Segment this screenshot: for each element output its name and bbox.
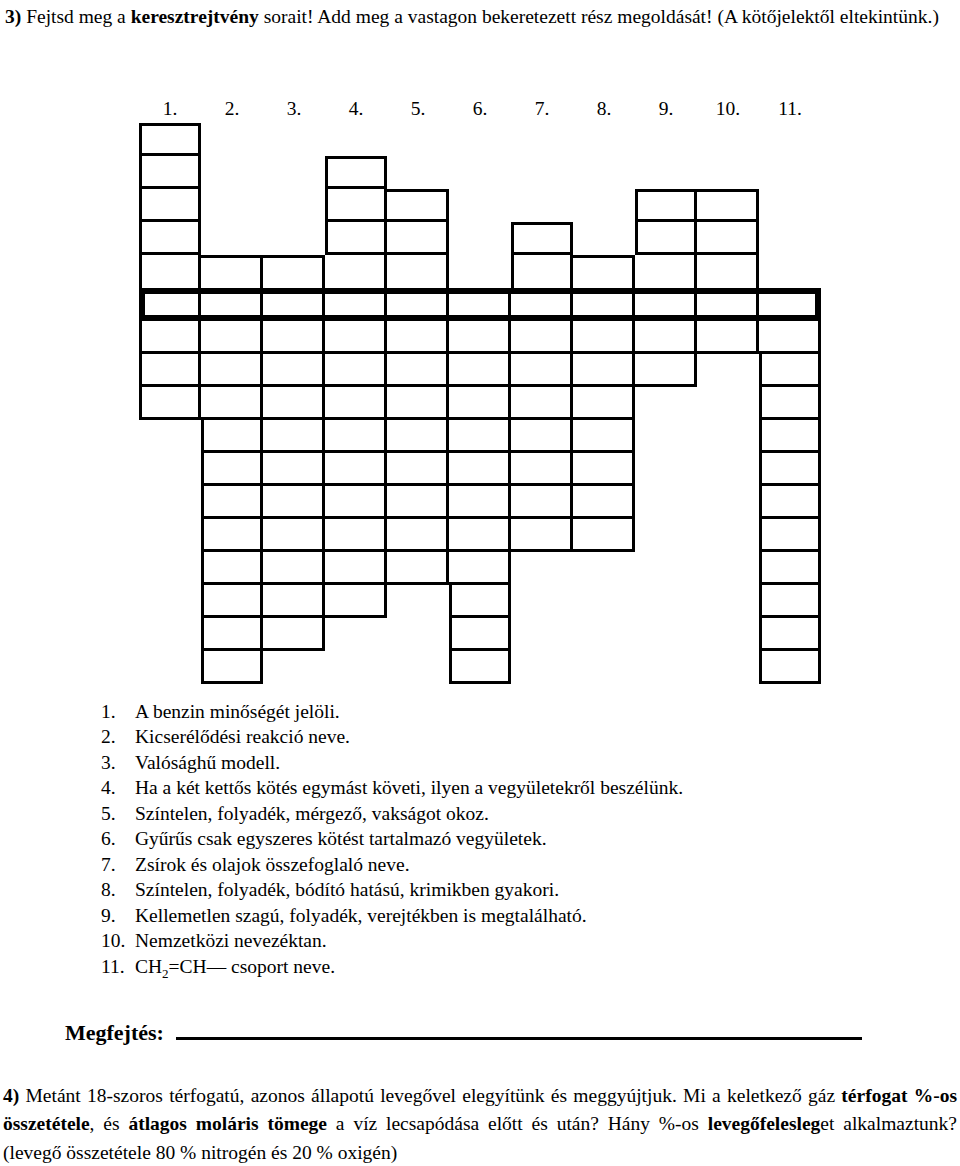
void-r2-c2 [201,156,263,189]
clue-list: 1.A benzin minőségét jelöli.2.Kicserélőd… [101,699,683,979]
cell-r14-c6[interactable] [449,552,511,585]
clue-item: 8.Színtelen, folyadék, bódító hatású, kr… [101,877,683,902]
clue-number: 9. [101,903,135,928]
cell-r14-c2[interactable] [201,552,263,585]
cell-r7-c3[interactable] [263,321,325,354]
cell-r5-c8[interactable] [573,255,635,288]
cell-r12-c7[interactable] [511,486,573,519]
void-r5-c6 [449,255,511,288]
clue-item: 2.Kicserélődési reakció neve. [101,724,683,749]
cell-r11-c8[interactable] [573,453,635,486]
void-r1-c7 [511,123,573,156]
cell-r3-c4[interactable] [325,189,387,222]
void-r9-c9 [635,387,697,420]
cell-r8-c9[interactable] [635,354,697,387]
cell-r5-c9[interactable] [635,255,697,288]
void-r11-c1 [139,453,201,486]
cell-r6-c11[interactable] [759,288,821,321]
cell-r10-c5[interactable] [387,420,449,453]
void-r4-c8 [573,222,635,255]
void-r14-c10 [697,552,759,585]
clue-number: 3. [101,750,135,775]
cell-r5-c2[interactable] [201,255,263,288]
solution-row: Megfejtés: [65,1016,862,1046]
clue-number: 4. [101,775,135,800]
clue-number: 8. [101,877,135,902]
column-label-11: 11. [759,98,821,120]
void-r11-c10 [697,453,759,486]
void-r4-c11 [759,222,821,255]
cell-r4-c10[interactable] [697,222,759,255]
void-r1-c4 [325,123,387,156]
void-r1-c6 [449,123,511,156]
void-r3-c8 [573,189,635,222]
void-r15-c9 [635,585,697,618]
cell-r13-c11[interactable] [759,519,821,552]
cell-r5-c1[interactable] [139,255,201,288]
clue-number: 1. [101,699,135,724]
void-r1-c2 [201,123,263,156]
cell-r6-c9[interactable] [635,288,697,321]
solution-label: Megfejtés: [65,1020,164,1045]
void-r12-c1 [139,486,201,519]
void-r16-c5 [387,618,449,651]
clue-item: 3.Valósághű modell. [101,750,683,775]
grid-column-labels: 1.2.3.4.5.6.7.8.9.10.11. [139,98,821,122]
void-r1-c11 [759,123,821,156]
column-label-2: 2. [201,98,263,120]
void-r14-c7 [511,552,573,585]
void-r17-c9 [635,651,697,684]
cell-r3-c10[interactable] [697,189,759,222]
cell-r7-c2[interactable] [201,321,263,354]
cell-r17-c11[interactable] [759,651,821,684]
cell-r12-c5[interactable] [387,486,449,519]
cell-r7-c11[interactable] [759,321,821,354]
cell-r11-c5[interactable] [387,453,449,486]
cell-r10-c4[interactable] [325,420,387,453]
cell-r8-c4[interactable] [325,354,387,387]
cell-r3-c1[interactable] [139,189,201,222]
void-r3-c6 [449,189,511,222]
clue-item: 9.Kellemetlen szagú, folyadék, verejtékb… [101,903,683,928]
cell-r11-c3[interactable] [263,453,325,486]
cell-r10-c2[interactable] [201,420,263,453]
cell-r12-c4[interactable] [325,486,387,519]
clue-item: 11.CH2=CH— csoport neve. [101,954,683,979]
void-r16-c7 [511,618,573,651]
clue-item: 6.Gyűrűs csak egyszeres kötést tartalmaz… [101,826,683,851]
void-r14-c9 [635,552,697,585]
cell-r13-c4[interactable] [325,519,387,552]
void-r15-c7 [511,585,573,618]
cell-r9-c7[interactable] [511,387,573,420]
void-r12-c9 [635,486,697,519]
column-label-1: 1. [139,98,201,120]
column-label-10: 10. [697,98,759,120]
void-r12-c10 [697,486,759,519]
void-r2-c8 [573,156,635,189]
cell-r10-c6[interactable] [449,420,511,453]
cell-r16-c2[interactable] [201,618,263,651]
clue-item: 1.A benzin minőségét jelöli. [101,699,683,724]
void-r10-c1 [139,420,201,453]
cell-r8-c2[interactable] [201,354,263,387]
cell-r8-c7[interactable] [511,354,573,387]
column-label-4: 4. [325,98,387,120]
void-r2-c10 [697,156,759,189]
cell-r13-c8[interactable] [573,519,635,552]
cell-r14-c11[interactable] [759,552,821,585]
cell-r14-c5[interactable] [387,552,449,585]
cell-r10-c8[interactable] [573,420,635,453]
cell-r1-c1[interactable] [139,123,201,156]
crossword-grid [139,123,821,684]
cell-r17-c2[interactable] [201,651,263,684]
cell-r7-c1[interactable] [139,321,201,354]
cell-r9-c6[interactable] [449,387,511,420]
cell-r7-c8[interactable] [573,321,635,354]
void-r9-c10 [697,387,759,420]
void-r4-c3 [263,222,325,255]
void-r15-c8 [573,585,635,618]
void-r8-c10 [697,354,759,387]
cell-r12-c2[interactable] [201,486,263,519]
cell-r8-c6[interactable] [449,354,511,387]
void-r4-c2 [201,222,263,255]
void-r17-c8 [573,651,635,684]
cell-r9-c3[interactable] [263,387,325,420]
clue-number: 10. [101,928,135,953]
clue-text: Ha a két kettős kötés egymást követi, il… [135,777,683,798]
cell-r5-c10[interactable] [697,255,759,288]
exercise-3-instructions: 3) Fejtsd meg a keresztrejtvény sorait! … [5,3,955,31]
void-r14-c8 [573,552,635,585]
cell-r13-c3[interactable] [263,519,325,552]
cell-r16-c3[interactable] [263,618,325,651]
void-r1-c3 [263,123,325,156]
clue-text: Színtelen, folyadék, mérgező, vakságot o… [135,803,489,824]
void-r13-c1 [139,519,201,552]
column-label-3: 3. [263,98,325,120]
cell-r4-c5[interactable] [387,222,449,255]
void-r1-c10 [697,123,759,156]
void-r16-c9 [635,618,697,651]
cell-r2-c4[interactable] [325,156,387,189]
cell-r6-c1[interactable] [139,288,201,321]
void-r17-c10 [697,651,759,684]
cell-r15-c2[interactable] [201,585,263,618]
void-r1-c8 [573,123,635,156]
cell-r10-c7[interactable] [511,420,573,453]
cell-r5-c7[interactable] [511,255,573,288]
cell-r15-c11[interactable] [759,585,821,618]
cell-r17-c6[interactable] [449,651,511,684]
void-r2-c11 [759,156,821,189]
cell-r14-c4[interactable] [325,552,387,585]
cell-r8-c8[interactable] [573,354,635,387]
void-r1-c5 [387,123,449,156]
exercise-4-text: 4) Metánt 18-szoros térfogatú, azonos ál… [3,1082,957,1166]
void-r17-c1 [139,651,201,684]
void-r16-c1 [139,618,201,651]
cell-r9-c5[interactable] [387,387,449,420]
cell-r7-c6[interactable] [449,321,511,354]
cell-r6-c6[interactable] [449,288,511,321]
void-r16-c4 [325,618,387,651]
cell-r5-c4[interactable] [325,255,387,288]
column-label-8: 8. [573,98,635,120]
clue-text: Gyűrűs csak egyszeres kötést tartalmazó … [135,828,547,849]
void-r10-c10 [697,420,759,453]
void-r3-c2 [201,189,263,222]
clue-text: CH2=CH— csoport neve. [135,956,335,977]
void-r15-c10 [697,585,759,618]
void-r4-c6 [449,222,511,255]
cell-r11-c11[interactable] [759,453,821,486]
void-r2-c6 [449,156,511,189]
void-r16-c8 [573,618,635,651]
void-r3-c7 [511,189,573,222]
void-r13-c10 [697,519,759,552]
void-r13-c9 [635,519,697,552]
cell-r3-c9[interactable] [635,189,697,222]
cell-r7-c5[interactable] [387,321,449,354]
cell-r11-c4[interactable] [325,453,387,486]
clue-number: 7. [101,852,135,877]
cell-r8-c11[interactable] [759,354,821,387]
cell-r5-c3[interactable] [263,255,325,288]
cell-r11-c7[interactable] [511,453,573,486]
cell-r12-c6[interactable] [449,486,511,519]
clue-item: 5.Színtelen, folyadék, mérgező, vakságot… [101,801,683,826]
clue-number: 6. [101,826,135,851]
cell-r9-c4[interactable] [325,387,387,420]
cell-r12-c11[interactable] [759,486,821,519]
clue-text: Kellemetlen szagú, folyadék, verejtékben… [135,905,587,926]
void-r14-c1 [139,552,201,585]
void-r1-c9 [635,123,697,156]
clue-number: 5. [101,801,135,826]
cell-r8-c1[interactable] [139,354,201,387]
cell-r15-c4[interactable] [325,585,387,618]
cell-r2-c1[interactable] [139,156,201,189]
cell-r4-c1[interactable] [139,222,201,255]
clue-text: Kicserélődési reakció neve. [135,726,350,747]
void-r17-c4 [325,651,387,684]
cell-r7-c4[interactable] [325,321,387,354]
void-r3-c11 [759,189,821,222]
void-r2-c7 [511,156,573,189]
cell-r16-c6[interactable] [449,618,511,651]
cell-r12-c3[interactable] [263,486,325,519]
cell-r6-c2[interactable] [201,288,263,321]
void-r2-c5 [387,156,449,189]
void-r3-c3 [263,189,325,222]
column-label-6: 6. [449,98,511,120]
cell-r13-c2[interactable] [201,519,263,552]
cell-r7-c10[interactable] [697,321,759,354]
clue-text: Valósághű modell. [135,752,280,773]
clue-number: 11. [101,954,135,979]
solution-blank-line[interactable] [176,1016,862,1040]
void-r17-c7 [511,651,573,684]
void-r15-c1 [139,585,201,618]
cell-r16-c11[interactable] [759,618,821,651]
clue-text: Nemzetközi nevezéktan. [135,930,327,951]
cell-r10-c11[interactable] [759,420,821,453]
column-label-7: 7. [511,98,573,120]
void-r15-c5 [387,585,449,618]
cell-r13-c5[interactable] [387,519,449,552]
cell-r7-c7[interactable] [511,321,573,354]
void-r17-c3 [263,651,325,684]
void-r17-c5 [387,651,449,684]
clue-number: 2. [101,724,135,749]
cell-r15-c6[interactable] [449,585,511,618]
cell-r11-c2[interactable] [201,453,263,486]
clue-item: 4.Ha a két kettős kötés egymást követi, … [101,775,683,800]
cell-r7-c9[interactable] [635,321,697,354]
cell-r8-c3[interactable] [263,354,325,387]
clue-item: 7.Zsírok és olajok összefoglaló neve. [101,852,683,877]
cell-r11-c6[interactable] [449,453,511,486]
cell-r6-c8[interactable] [573,288,635,321]
void-r2-c3 [263,156,325,189]
cell-r9-c2[interactable] [201,387,263,420]
cell-r13-c7[interactable] [511,519,573,552]
void-r10-c9 [635,420,697,453]
cell-r13-c6[interactable] [449,519,511,552]
cell-r4-c7[interactable] [511,222,573,255]
cell-r8-c5[interactable] [387,354,449,387]
cell-r6-c7[interactable] [511,288,573,321]
cell-r4-c9[interactable] [635,222,697,255]
void-r2-c9 [635,156,697,189]
cell-r6-c3[interactable] [263,288,325,321]
cell-r3-c5[interactable] [387,189,449,222]
clue-text: Zsírok és olajok összefoglaló neve. [135,854,410,875]
cell-r10-c3[interactable] [263,420,325,453]
clue-item: 10.Nemzetközi nevezéktan. [101,928,683,953]
column-label-5: 5. [387,98,449,120]
cell-r12-c8[interactable] [573,486,635,519]
cell-r5-c5[interactable] [387,255,449,288]
cell-r9-c8[interactable] [573,387,635,420]
cell-r14-c3[interactable] [263,552,325,585]
clue-text: Színtelen, folyadék, bódító hatású, krim… [135,879,559,900]
cell-r9-c1[interactable] [139,387,201,420]
cell-r6-c4[interactable] [325,288,387,321]
void-r11-c9 [635,453,697,486]
cell-r9-c11[interactable] [759,387,821,420]
cell-r4-c4[interactable] [325,222,387,255]
column-label-9: 9. [635,98,697,120]
worksheet-page: 3) Fejtsd meg a keresztrejtvény sorait! … [0,0,960,1166]
cell-r6-c10[interactable] [697,288,759,321]
clue-text: A benzin minőségét jelöli. [135,701,340,722]
void-r16-c10 [697,618,759,651]
cell-r6-c5[interactable] [387,288,449,321]
cell-r15-c3[interactable] [263,585,325,618]
void-r5-c11 [759,255,821,288]
